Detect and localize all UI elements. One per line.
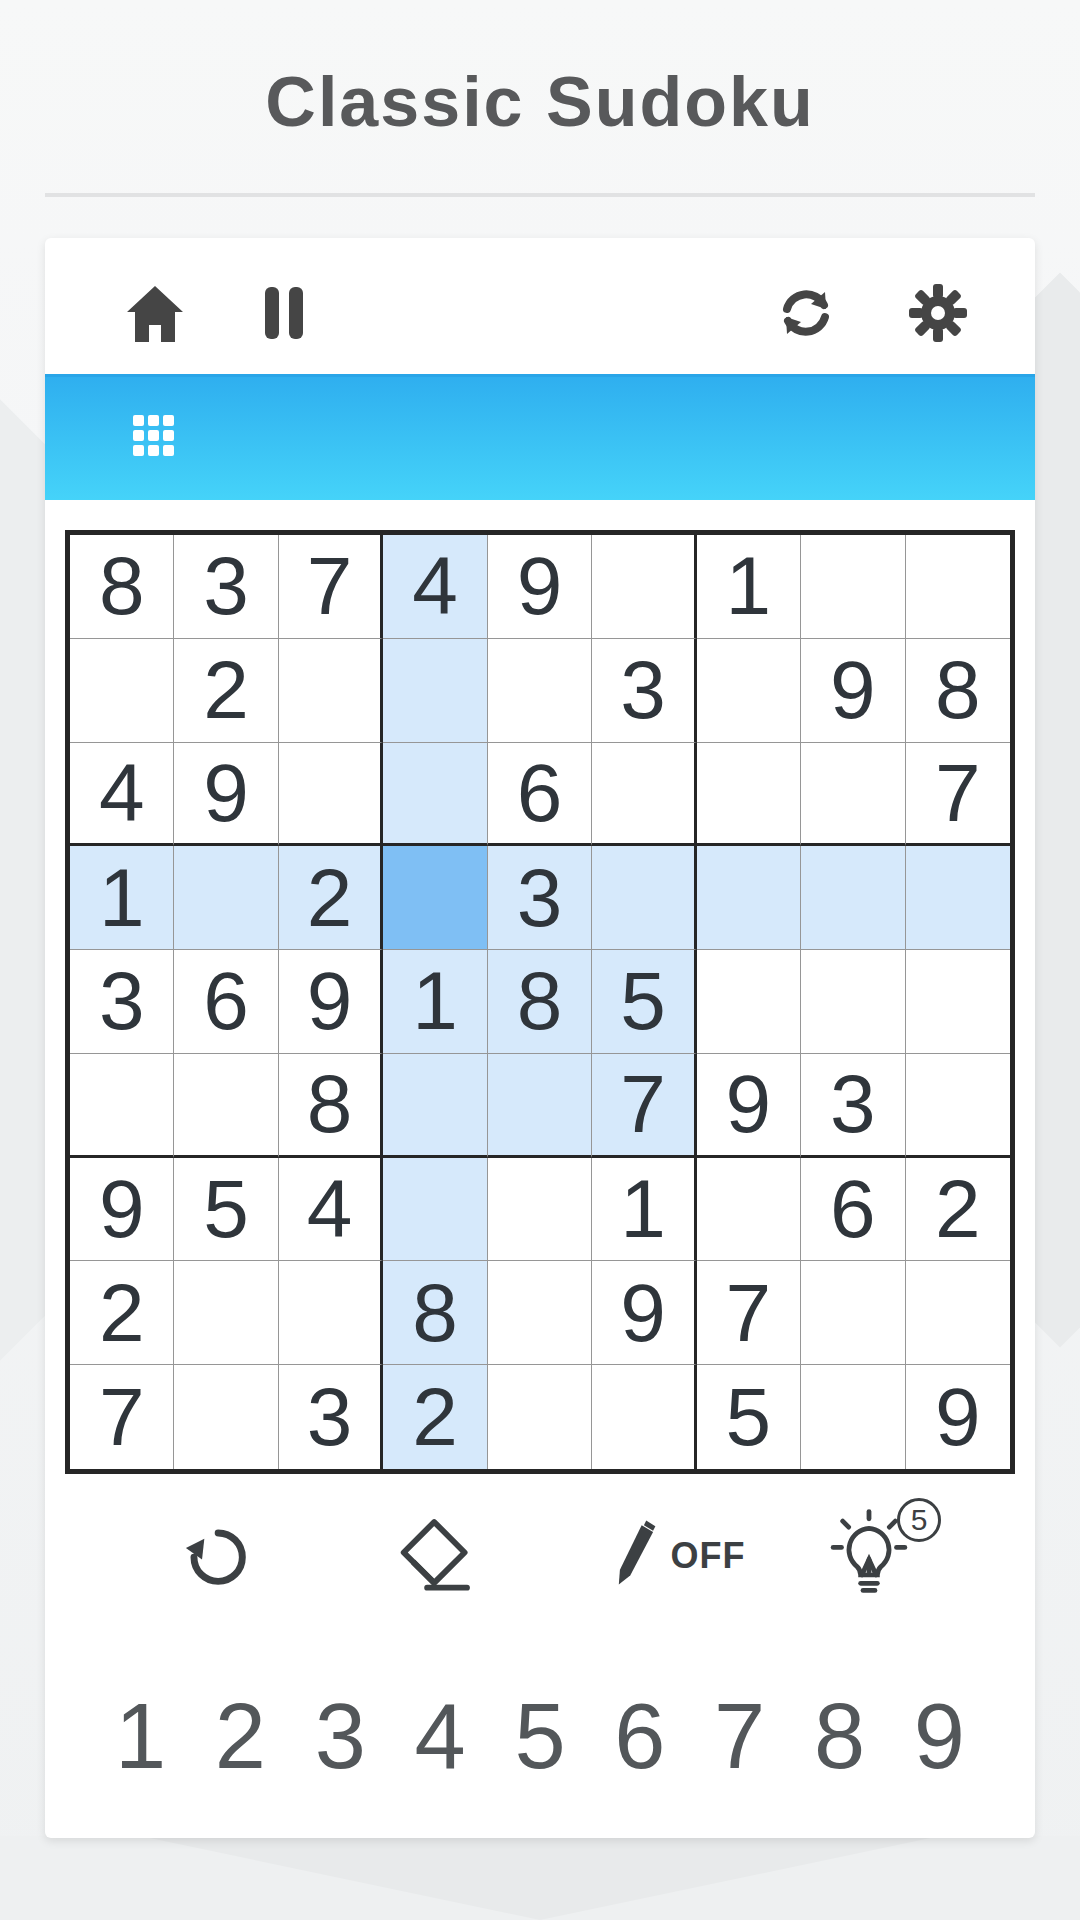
settings-button[interactable] — [905, 280, 971, 346]
number-pad: 123456789 — [115, 1646, 965, 1826]
cell-r5c2[interactable]: 6 — [174, 950, 278, 1054]
numpad-8[interactable]: 8 — [814, 1690, 865, 1782]
sudoku-board: 8374912398496712336918587939541622897732… — [65, 530, 1015, 1474]
cell-r2c8[interactable]: 9 — [801, 639, 905, 743]
cell-r1c6[interactable] — [592, 535, 696, 639]
restart-icon — [773, 280, 839, 346]
cell-r9c1[interactable]: 7 — [70, 1365, 174, 1469]
hint-count-badge: 5 — [897, 1498, 941, 1542]
cell-r2c2[interactable]: 2 — [174, 639, 278, 743]
cell-r5c7[interactable] — [697, 950, 801, 1054]
numpad-5[interactable]: 5 — [514, 1690, 565, 1782]
cell-r9c6[interactable] — [592, 1365, 696, 1469]
cell-r6c5[interactable] — [488, 1054, 592, 1158]
cell-r2c3[interactable] — [279, 639, 383, 743]
cell-r3c1[interactable]: 4 — [70, 743, 174, 847]
cell-r7c1[interactable]: 9 — [70, 1158, 174, 1262]
cell-r8c2[interactable] — [174, 1261, 278, 1365]
cell-r4c8[interactable] — [801, 846, 905, 950]
cell-r4c7[interactable] — [697, 846, 801, 950]
cell-r8c5[interactable] — [488, 1261, 592, 1365]
cell-r7c3[interactable]: 4 — [279, 1158, 383, 1262]
cell-r3c5[interactable]: 6 — [488, 743, 592, 847]
eraser-icon — [392, 1515, 474, 1597]
restart-button[interactable] — [773, 280, 839, 346]
cell-r9c7[interactable]: 5 — [697, 1365, 801, 1469]
numpad-4[interactable]: 4 — [415, 1690, 466, 1782]
cell-r6c8[interactable]: 3 — [801, 1054, 905, 1158]
cell-r6c3[interactable]: 8 — [279, 1054, 383, 1158]
cell-r2c1[interactable] — [70, 639, 174, 743]
numpad-1[interactable]: 1 — [115, 1690, 166, 1782]
cell-r7c2[interactable]: 5 — [174, 1158, 278, 1262]
cell-r6c7[interactable]: 9 — [697, 1054, 801, 1158]
pencil-toggle-button[interactable]: OFF — [601, 1496, 746, 1616]
cell-r4c4[interactable] — [383, 846, 487, 950]
cell-r6c6[interactable]: 7 — [592, 1054, 696, 1158]
cell-r2c6[interactable]: 3 — [592, 639, 696, 743]
cell-r3c8[interactable] — [801, 743, 905, 847]
cell-r5c8[interactable] — [801, 950, 905, 1054]
cell-r7c5[interactable] — [488, 1158, 592, 1262]
cell-r3c3[interactable] — [279, 743, 383, 847]
cell-r3c4[interactable] — [383, 743, 487, 847]
cell-r7c9[interactable]: 2 — [906, 1158, 1010, 1262]
cell-r8c3[interactable] — [279, 1261, 383, 1365]
cell-r3c9[interactable]: 7 — [906, 743, 1010, 847]
cell-r4c3[interactable]: 2 — [279, 846, 383, 950]
home-icon — [122, 280, 188, 346]
hint-button[interactable]: 5 — [821, 1496, 941, 1616]
cell-r6c4[interactable] — [383, 1054, 487, 1158]
cell-r1c8[interactable] — [801, 535, 905, 639]
home-button[interactable] — [122, 280, 188, 346]
game-card: 8374912398496712336918587939541622897732… — [45, 238, 1035, 1838]
cell-r8c9[interactable] — [906, 1261, 1010, 1365]
cell-r7c6[interactable]: 1 — [592, 1158, 696, 1262]
cell-r8c8[interactable] — [801, 1261, 905, 1365]
cell-r1c7[interactable]: 1 — [697, 535, 801, 639]
numpad-6[interactable]: 6 — [614, 1690, 665, 1782]
cell-r3c6[interactable] — [592, 743, 696, 847]
title-divider — [45, 193, 1035, 197]
undo-icon — [179, 1518, 255, 1594]
undo-button[interactable] — [179, 1496, 255, 1616]
tool-bar: OFF 5 — [45, 1496, 1035, 1616]
cell-r7c7[interactable] — [697, 1158, 801, 1262]
pencil-icon — [601, 1518, 665, 1594]
pencil-state-label: OFF — [671, 1535, 746, 1577]
cell-r2c5[interactable] — [488, 639, 592, 743]
numpad-3[interactable]: 3 — [315, 1690, 366, 1782]
page-title: Classic Sudoku — [0, 62, 1080, 142]
cell-r2c4[interactable] — [383, 639, 487, 743]
cell-r4c5[interactable]: 3 — [488, 846, 592, 950]
cell-r8c4[interactable]: 8 — [383, 1261, 487, 1365]
cell-r1c2[interactable]: 3 — [174, 535, 278, 639]
blue-tab-bar — [45, 374, 1035, 500]
numpad-7[interactable]: 7 — [714, 1690, 765, 1782]
cell-r7c4[interactable] — [383, 1158, 487, 1262]
cell-r9c4[interactable]: 2 — [383, 1365, 487, 1469]
gear-icon — [905, 280, 971, 346]
cell-r9c9[interactable]: 9 — [906, 1365, 1010, 1469]
cell-r1c9[interactable] — [906, 535, 1010, 639]
cell-r6c2[interactable] — [174, 1054, 278, 1158]
cell-r1c1[interactable]: 8 — [70, 535, 174, 639]
grid-tab-icon[interactable] — [133, 415, 178, 460]
pause-icon — [251, 280, 317, 346]
cell-r6c9[interactable] — [906, 1054, 1010, 1158]
numpad-2[interactable]: 2 — [215, 1690, 266, 1782]
cell-r8c1[interactable]: 2 — [70, 1261, 174, 1365]
cell-r9c8[interactable] — [801, 1365, 905, 1469]
cell-r4c6[interactable] — [592, 846, 696, 950]
pause-button[interactable] — [251, 280, 317, 346]
cell-r9c3[interactable]: 3 — [279, 1365, 383, 1469]
cell-r3c2[interactable]: 9 — [174, 743, 278, 847]
cell-r5c4[interactable]: 1 — [383, 950, 487, 1054]
cell-r8c7[interactable]: 7 — [697, 1261, 801, 1365]
cell-r9c2[interactable] — [174, 1365, 278, 1469]
cell-r5c9[interactable] — [906, 950, 1010, 1054]
cell-r1c4[interactable]: 4 — [383, 535, 487, 639]
cell-r7c8[interactable]: 6 — [801, 1158, 905, 1262]
cell-r4c1[interactable]: 1 — [70, 846, 174, 950]
cell-r5c6[interactable]: 5 — [592, 950, 696, 1054]
cell-r4c2[interactable] — [174, 846, 278, 950]
cell-r2c7[interactable] — [697, 639, 801, 743]
cell-r8c6[interactable]: 9 — [592, 1261, 696, 1365]
cell-r9c5[interactable] — [488, 1365, 592, 1469]
eraser-button[interactable] — [392, 1496, 474, 1616]
top-toolbar — [45, 238, 1035, 374]
cell-r5c5[interactable]: 8 — [488, 950, 592, 1054]
cell-r4c9[interactable] — [906, 846, 1010, 950]
numpad-9[interactable]: 9 — [914, 1690, 965, 1782]
cell-r2c9[interactable]: 8 — [906, 639, 1010, 743]
cell-r6c1[interactable] — [70, 1054, 174, 1158]
cell-r5c3[interactable]: 9 — [279, 950, 383, 1054]
cell-r1c3[interactable]: 7 — [279, 535, 383, 639]
cell-r3c7[interactable] — [697, 743, 801, 847]
cell-r1c5[interactable]: 9 — [488, 535, 592, 639]
cell-r5c1[interactable]: 3 — [70, 950, 174, 1054]
